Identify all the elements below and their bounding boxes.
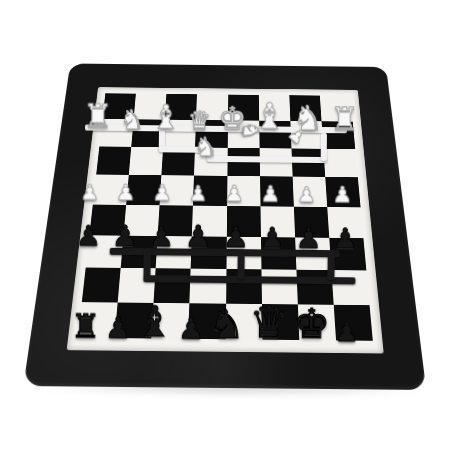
- white-rook-piece: ♜: [83, 100, 113, 133]
- black-king-piece: ♚: [293, 304, 330, 345]
- black-pawn-piece: ♟: [333, 225, 358, 253]
- black-pawn-piece: ♟: [178, 315, 204, 344]
- white-back-piece-row: ♜♞♝♛♚♝♞♜: [83, 73, 360, 136]
- black-pawn-piece: ♟: [112, 222, 138, 251]
- black-pawn-piece: ♟: [223, 223, 249, 252]
- white-queen-piece: ♛: [188, 108, 212, 134]
- black-sprue-runner: [327, 252, 334, 280]
- white-bishop-piece: ♝: [253, 98, 286, 134]
- white-knight-piece: ♞: [120, 106, 145, 133]
- white-king-piece: ♚: [218, 103, 246, 134]
- white-sprue-runner: [207, 156, 327, 163]
- black-pawn-piece: ♟: [296, 224, 322, 253]
- black-pawn-row: ♟♟♟♟♟♟♟♟: [76, 198, 359, 253]
- black-sprue-runner: [237, 255, 244, 279]
- black-pawn-piece: ♟: [185, 222, 212, 252]
- black-queen-piece: ♛: [249, 300, 289, 344]
- black-pawn-piece: ♟: [334, 318, 359, 345]
- white-bishop-piece: ♝: [151, 100, 181, 133]
- white-knight-piece: ♞: [293, 101, 324, 135]
- black-bishop-piece: ♝: [136, 301, 174, 343]
- black-pawn-piece: ♟: [260, 224, 285, 252]
- black-pawn-piece: ♟: [105, 314, 131, 343]
- black-front-piece-row: ♜♟♝♟♞♛♚♟: [71, 280, 360, 345]
- white-rook-piece: ♜: [330, 103, 359, 135]
- black-pawn-piece: ♟: [149, 223, 174, 251]
- white-sprue-runner: [159, 146, 213, 153]
- photo-scene: ♜♞♝♛♚♝♞♜ ♞♞♟ ♟♟♟♟♟♟♟♟ ♟♟♟♟♟♟♟♟ ♜♟♝♟♞♛♚♟: [0, 0, 450, 450]
- black-knight-piece: ♞: [209, 304, 245, 344]
- black-pawn-piece: ♟: [76, 222, 101, 250]
- black-rook-piece: ♜: [71, 309, 101, 342]
- product-photo-chess-set: ♜♞♝♛♚♝♞♜ ♞♞♟ ♟♟♟♟♟♟♟♟ ♟♟♟♟♟♟♟♟ ♜♟♝♟♞♛♚♟: [0, 0, 450, 450]
